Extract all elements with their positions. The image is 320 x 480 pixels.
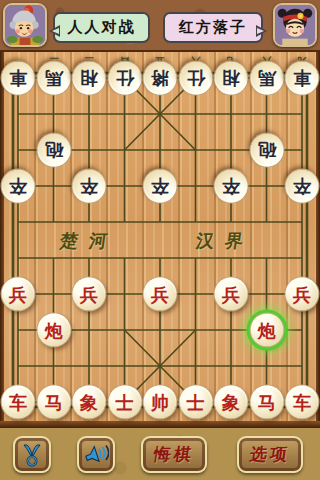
piece-black-soldier[interactable]: 卒	[215, 170, 248, 203]
piece-black-horse[interactable]: 馬	[37, 62, 70, 95]
undo-button[interactable]: 悔棋	[141, 436, 207, 473]
speaker-icon	[83, 442, 109, 468]
black-player-avatar	[3, 3, 47, 47]
piece-black-advisor[interactable]: 仕	[179, 62, 212, 95]
piece-red-cannon[interactable]: 炮	[250, 314, 283, 347]
general-avatar-icon	[5, 5, 45, 45]
piece-red-chariot[interactable]: 车	[2, 386, 35, 419]
piece-red-soldier[interactable]: 兵	[144, 278, 177, 311]
sound-button[interactable]	[77, 436, 115, 473]
piece-black-soldier[interactable]: 卒	[73, 170, 106, 203]
piece-red-elephant[interactable]: 象	[215, 386, 248, 419]
board-left-edge	[0, 52, 4, 428]
piece-red-horse[interactable]: 马	[37, 386, 70, 419]
piece-red-advisor[interactable]: 士	[179, 386, 212, 419]
board-bottom-edge	[0, 421, 320, 428]
piece-black-chariot[interactable]: 車	[286, 62, 319, 95]
piece-black-advisor[interactable]: 仕	[108, 62, 141, 95]
piece-red-soldier[interactable]: 兵	[2, 278, 35, 311]
piece-red-soldier[interactable]: 兵	[73, 278, 106, 311]
options-label: 选项	[248, 443, 291, 466]
piece-black-elephant[interactable]: 相	[73, 62, 106, 95]
xiangqi-app: 人人对战 红方落子	[0, 0, 320, 480]
piece-red-soldier[interactable]: 兵	[286, 278, 319, 311]
piece-red-horse[interactable]: 马	[250, 386, 283, 419]
options-button[interactable]: 选项	[237, 436, 303, 473]
red-player-avatar	[273, 3, 317, 47]
piece-black-chariot[interactable]: 車	[2, 62, 35, 95]
piece-black-horse[interactable]: 馬	[250, 62, 283, 95]
turn-status-label: 红方落子	[179, 18, 247, 37]
piece-black-soldier[interactable]: 卒	[286, 170, 319, 203]
board-right-edge	[316, 52, 320, 428]
river-label-chu: 楚河	[58, 229, 119, 253]
piece-red-cannon[interactable]: 炮	[37, 314, 70, 347]
game-mode-bubble: 人人对战	[53, 12, 150, 43]
battle-button[interactable]	[13, 436, 51, 473]
piece-black-soldier[interactable]: 卒	[144, 170, 177, 203]
piece-red-soldier[interactable]: 兵	[215, 278, 248, 311]
top-bar: 人人对战 红方落子	[0, 0, 320, 52]
piece-red-general[interactable]: 帅	[144, 386, 177, 419]
piece-red-chariot[interactable]: 车	[286, 386, 319, 419]
piece-red-elephant[interactable]: 象	[73, 386, 106, 419]
piece-black-soldier[interactable]: 卒	[2, 170, 35, 203]
board-lines	[0, 52, 320, 428]
undo-label: 悔棋	[152, 443, 195, 466]
board-grid[interactable]: 楚河 汉界 一二三四五六七八九車馬相仕將仕相馬車砲砲卒卒卒卒卒兵兵兵兵兵炮炮车马…	[0, 52, 320, 428]
game-mode-label: 人人对战	[68, 18, 136, 37]
piece-black-general[interactable]: 將	[144, 62, 177, 95]
turn-status-bubble: 红方落子	[163, 12, 263, 43]
versus-icon	[19, 442, 45, 468]
piece-red-advisor[interactable]: 士	[108, 386, 141, 419]
piece-black-cannon[interactable]: 砲	[37, 134, 70, 167]
piece-black-cannon[interactable]: 砲	[250, 134, 283, 167]
bottom-toolbar: 悔棋 选项	[0, 428, 320, 480]
lady-avatar-icon	[275, 5, 315, 45]
river-label-han: 汉界	[194, 229, 255, 253]
piece-black-elephant[interactable]: 相	[215, 62, 248, 95]
